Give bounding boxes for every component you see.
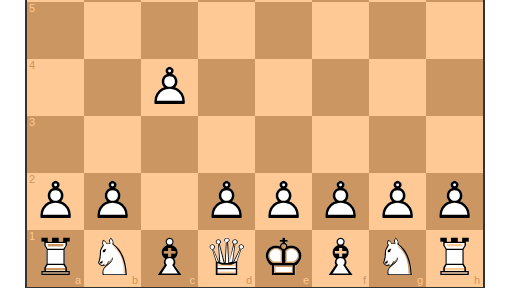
square-f2[interactable]: ♟♙ bbox=[312, 173, 369, 230]
square-e2[interactable]: ♟♙ bbox=[255, 173, 312, 230]
square-g2[interactable]: ♟♙ bbox=[369, 173, 426, 230]
square-d4[interactable] bbox=[198, 59, 255, 116]
white-pawn-b2[interactable]: ♟♙ bbox=[84, 173, 141, 230]
chessboard: 87654♟♙32♟♙♟♙♟♙♟♙♟♙♟♙♟♙1a♜♖b♞♘c♝♗d♛♕e♚♔f… bbox=[25, 0, 485, 288]
square-c4[interactable]: ♟♙ bbox=[141, 59, 198, 116]
white-rook-a1[interactable]: ♜♖ bbox=[27, 230, 84, 287]
square-a4[interactable]: 4 bbox=[27, 59, 84, 116]
white-rook-icon: ♖ bbox=[426, 230, 483, 285]
square-e4[interactable] bbox=[255, 59, 312, 116]
square-h4[interactable] bbox=[426, 59, 483, 116]
square-g3[interactable] bbox=[369, 116, 426, 173]
square-c1[interactable]: c♝♗ bbox=[141, 230, 198, 287]
square-h2[interactable]: ♟♙ bbox=[426, 173, 483, 230]
white-pawn-icon: ♙ bbox=[312, 173, 369, 228]
square-g1[interactable]: g♞♘ bbox=[369, 230, 426, 287]
white-knight-g1[interactable]: ♞♘ bbox=[369, 230, 426, 287]
white-king-e1[interactable]: ♚♔ bbox=[255, 230, 312, 287]
white-king-icon: ♔ bbox=[255, 230, 312, 285]
square-h3[interactable] bbox=[426, 116, 483, 173]
white-pawn-h2[interactable]: ♟♙ bbox=[426, 173, 483, 230]
white-pawn-a2[interactable]: ♟♙ bbox=[27, 173, 84, 230]
chess-app-screen: 87654♟♙32♟♙♟♙♟♙♟♙♟♙♟♙♟♙1a♜♖b♞♘c♝♗d♛♕e♚♔f… bbox=[0, 0, 514, 288]
square-b3[interactable] bbox=[84, 116, 141, 173]
white-bishop-f1[interactable]: ♝♗ bbox=[312, 230, 369, 287]
square-h5[interactable] bbox=[426, 2, 483, 59]
square-b2[interactable]: ♟♙ bbox=[84, 173, 141, 230]
white-pawn-d2[interactable]: ♟♙ bbox=[198, 173, 255, 230]
square-a1[interactable]: 1a♜♖ bbox=[27, 230, 84, 287]
square-e5[interactable] bbox=[255, 2, 312, 59]
square-f3[interactable] bbox=[312, 116, 369, 173]
square-e1[interactable]: e♚♔ bbox=[255, 230, 312, 287]
square-a3[interactable]: 3 bbox=[27, 116, 84, 173]
white-bishop-c1[interactable]: ♝♗ bbox=[141, 230, 198, 287]
white-pawn-e2[interactable]: ♟♙ bbox=[255, 173, 312, 230]
white-pawn-c4[interactable]: ♟♙ bbox=[141, 59, 198, 116]
square-f1[interactable]: f♝♗ bbox=[312, 230, 369, 287]
square-f4[interactable] bbox=[312, 59, 369, 116]
square-a5[interactable]: 5 bbox=[27, 2, 84, 59]
square-g4[interactable] bbox=[369, 59, 426, 116]
square-b1[interactable]: b♞♘ bbox=[84, 230, 141, 287]
square-c3[interactable] bbox=[141, 116, 198, 173]
square-d2[interactable]: ♟♙ bbox=[198, 173, 255, 230]
square-a2[interactable]: 2♟♙ bbox=[27, 173, 84, 230]
white-knight-icon: ♘ bbox=[84, 230, 141, 285]
white-queen-d1[interactable]: ♛♕ bbox=[198, 230, 255, 287]
white-pawn-icon: ♙ bbox=[369, 173, 426, 228]
square-e3[interactable] bbox=[255, 116, 312, 173]
white-pawn-icon: ♙ bbox=[141, 59, 198, 114]
rank-label-3: 3 bbox=[29, 116, 35, 129]
white-pawn-icon: ♙ bbox=[255, 173, 312, 228]
white-pawn-icon: ♙ bbox=[198, 173, 255, 228]
white-pawn-icon: ♙ bbox=[27, 173, 84, 228]
square-d5[interactable] bbox=[198, 2, 255, 59]
square-b4[interactable] bbox=[84, 59, 141, 116]
white-knight-b1[interactable]: ♞♘ bbox=[84, 230, 141, 287]
square-g5[interactable] bbox=[369, 2, 426, 59]
white-pawn-f2[interactable]: ♟♙ bbox=[312, 173, 369, 230]
white-bishop-icon: ♗ bbox=[141, 230, 198, 285]
square-d3[interactable] bbox=[198, 116, 255, 173]
white-pawn-g2[interactable]: ♟♙ bbox=[369, 173, 426, 230]
white-rook-h1[interactable]: ♜♖ bbox=[426, 230, 483, 287]
square-c5[interactable] bbox=[141, 2, 198, 59]
white-queen-icon: ♕ bbox=[198, 230, 255, 285]
white-pawn-icon: ♙ bbox=[426, 173, 483, 228]
square-f5[interactable] bbox=[312, 2, 369, 59]
white-pawn-icon: ♙ bbox=[84, 173, 141, 228]
white-bishop-icon: ♗ bbox=[312, 230, 369, 285]
white-rook-icon: ♖ bbox=[27, 230, 84, 285]
rank-label-5: 5 bbox=[29, 2, 35, 15]
square-h1[interactable]: h♜♖ bbox=[426, 230, 483, 287]
square-c2[interactable] bbox=[141, 173, 198, 230]
white-knight-icon: ♘ bbox=[369, 230, 426, 285]
square-b5[interactable] bbox=[84, 2, 141, 59]
square-d1[interactable]: d♛♕ bbox=[198, 230, 255, 287]
rank-label-4: 4 bbox=[29, 59, 35, 72]
